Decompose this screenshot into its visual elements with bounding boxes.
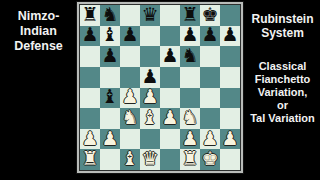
- opening-name-line-2: Defense: [0, 39, 77, 54]
- square-d1[interactable]: ♛: [140, 149, 160, 170]
- square-a7[interactable]: ♟: [80, 26, 100, 47]
- white-pawn-piece: ♟: [221, 129, 238, 148]
- square-e2[interactable]: [160, 129, 180, 150]
- variation-heading: Rubinstein System: [245, 12, 320, 40]
- variation-heading-line-1: Rubinstein: [245, 12, 320, 26]
- opening-name-line-1: Nimzo-Indian: [0, 9, 77, 39]
- right-text-panel: Rubinstein System Classical Fianchetto V…: [245, 0, 320, 180]
- square-g1[interactable]: ♚: [200, 149, 220, 170]
- square-h6[interactable]: [220, 46, 240, 67]
- black-bishop-piece: ♝: [101, 26, 118, 45]
- opening-name-title: Nimzo-Indian Defense: [0, 9, 77, 54]
- square-e3[interactable]: ♟: [160, 108, 180, 129]
- square-b3[interactable]: [100, 108, 120, 129]
- white-knight-piece: ♞: [181, 108, 198, 127]
- variation-sub-line-1: Classical: [245, 60, 320, 73]
- left-text-panel: Nimzo-Indian Defense: [0, 0, 77, 180]
- variation-sub-line-5: Tal Variation: [245, 112, 320, 125]
- variation-subheading: Classical Fianchetto Variation, or Tal V…: [245, 60, 320, 125]
- white-pawn-piece: ♟: [81, 129, 98, 148]
- square-e1[interactable]: [160, 149, 180, 170]
- square-g8[interactable]: ♚: [200, 5, 220, 26]
- white-pawn-piece: ♟: [121, 88, 138, 107]
- white-pawn-piece: ♟: [161, 108, 178, 127]
- square-e7[interactable]: [160, 26, 180, 47]
- variation-sub-line-4: or: [245, 99, 320, 112]
- white-rook-piece: ♜: [81, 149, 98, 168]
- square-d5[interactable]: ♟: [140, 67, 160, 88]
- black-bishop-piece: ♝: [101, 88, 118, 107]
- white-pawn-piece: ♟: [141, 88, 158, 107]
- variation-heading-line-2: System: [245, 26, 320, 40]
- black-pawn-piece: ♟: [141, 67, 158, 86]
- square-c4[interactable]: ♟: [120, 88, 140, 109]
- white-rook-piece: ♜: [181, 149, 198, 168]
- square-h7[interactable]: ♟: [220, 26, 240, 47]
- square-h4[interactable]: [220, 88, 240, 109]
- square-e5[interactable]: [160, 67, 180, 88]
- square-g5[interactable]: [200, 67, 220, 88]
- black-pawn-piece: ♟: [101, 46, 118, 65]
- square-c8[interactable]: [120, 5, 140, 26]
- square-h1[interactable]: [220, 149, 240, 170]
- square-a6[interactable]: [80, 46, 100, 67]
- square-f1[interactable]: ♜: [180, 149, 200, 170]
- white-pawn-piece: ♟: [201, 129, 218, 148]
- square-c3[interactable]: ♞: [120, 108, 140, 129]
- square-h3[interactable]: [220, 108, 240, 129]
- white-bishop-piece: ♝: [121, 149, 138, 168]
- square-b8[interactable]: ♞: [100, 5, 120, 26]
- white-queen-piece: ♛: [141, 149, 158, 168]
- square-b5[interactable]: [100, 67, 120, 88]
- square-f6[interactable]: ♞: [180, 46, 200, 67]
- white-king-piece: ♚: [201, 149, 218, 168]
- black-pawn-piece: ♟: [201, 26, 218, 45]
- square-e6[interactable]: ♟: [160, 46, 180, 67]
- square-e4[interactable]: [160, 88, 180, 109]
- black-pawn-piece: ♟: [81, 26, 98, 45]
- square-d6[interactable]: [140, 46, 160, 67]
- square-d8[interactable]: ♛: [140, 5, 160, 26]
- black-pawn-piece: ♟: [181, 26, 198, 45]
- square-a8[interactable]: ♜: [80, 5, 100, 26]
- black-pawn-piece: ♟: [221, 26, 238, 45]
- square-c6[interactable]: [120, 46, 140, 67]
- black-pawn-piece: ♟: [121, 26, 138, 45]
- square-h5[interactable]: [220, 67, 240, 88]
- square-c5[interactable]: [120, 67, 140, 88]
- square-f4[interactable]: [180, 88, 200, 109]
- square-c1[interactable]: ♝: [120, 149, 140, 170]
- square-a1[interactable]: ♜: [80, 149, 100, 170]
- square-d2[interactable]: [140, 129, 160, 150]
- square-d4[interactable]: ♟: [140, 88, 160, 109]
- square-g7[interactable]: ♟: [200, 26, 220, 47]
- square-a5[interactable]: [80, 67, 100, 88]
- variation-sub-line-2: Fianchetto: [245, 73, 320, 86]
- chess-board-frame: ♜♞♛♜♚♟♝♟♟♟♟♟♟♞♟♝♟♟♞♝♟♞♟♟♟♟♟♜♝♛♜♚: [76, 1, 244, 174]
- square-a3[interactable]: [80, 108, 100, 129]
- square-g2[interactable]: ♟: [200, 129, 220, 150]
- black-rook-piece: ♜: [181, 5, 198, 24]
- square-f5[interactable]: [180, 67, 200, 88]
- square-c2[interactable]: [120, 129, 140, 150]
- square-b2[interactable]: ♟: [100, 129, 120, 150]
- square-b6[interactable]: ♟: [100, 46, 120, 67]
- square-d3[interactable]: ♝: [140, 108, 160, 129]
- white-bishop-piece: ♝: [141, 108, 158, 127]
- square-b1[interactable]: [100, 149, 120, 170]
- square-f3[interactable]: ♞: [180, 108, 200, 129]
- chess-board: ♜♞♛♜♚♟♝♟♟♟♟♟♟♞♟♝♟♟♞♝♟♞♟♟♟♟♟♜♝♛♜♚: [79, 4, 241, 171]
- square-a4[interactable]: [80, 88, 100, 109]
- square-f8[interactable]: ♜: [180, 5, 200, 26]
- white-knight-piece: ♞: [121, 108, 138, 127]
- white-pawn-piece: ♟: [181, 129, 198, 148]
- black-rook-piece: ♜: [81, 5, 98, 24]
- square-b7[interactable]: ♝: [100, 26, 120, 47]
- square-g6[interactable]: [200, 46, 220, 67]
- square-g4[interactable]: [200, 88, 220, 109]
- white-pawn-piece: ♟: [101, 129, 118, 148]
- square-c7[interactable]: ♟: [120, 26, 140, 47]
- black-knight-piece: ♞: [181, 46, 198, 65]
- black-queen-piece: ♛: [141, 5, 158, 24]
- square-e8[interactable]: [160, 5, 180, 26]
- square-b4[interactable]: ♝: [100, 88, 120, 109]
- square-h8[interactable]: [220, 5, 240, 26]
- square-f2[interactable]: ♟: [180, 129, 200, 150]
- square-g3[interactable]: [200, 108, 220, 129]
- variation-sub-line-3: Variation,: [245, 86, 320, 99]
- square-h2[interactable]: ♟: [220, 129, 240, 150]
- square-a2[interactable]: ♟: [80, 129, 100, 150]
- square-d7[interactable]: [140, 26, 160, 47]
- square-f7[interactable]: ♟: [180, 26, 200, 47]
- black-king-piece: ♚: [201, 5, 218, 24]
- black-knight-piece: ♞: [101, 5, 118, 24]
- black-pawn-piece: ♟: [161, 46, 178, 65]
